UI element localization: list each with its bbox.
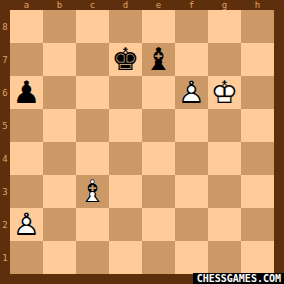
square-d8[interactable] — [109, 10, 142, 43]
square-c2[interactable] — [76, 208, 109, 241]
square-e4[interactable] — [142, 142, 175, 175]
square-d3[interactable] — [109, 175, 142, 208]
rank-label-5: 5 — [0, 109, 10, 142]
piece-black-king: ♚ — [109, 43, 142, 76]
square-a3[interactable] — [10, 175, 43, 208]
square-g6[interactable]: ♚♔ — [208, 76, 241, 109]
square-e7[interactable]: ♝ — [142, 43, 175, 76]
square-d7[interactable]: ♚ — [109, 43, 142, 76]
square-c5[interactable] — [76, 109, 109, 142]
square-d5[interactable] — [109, 109, 142, 142]
file-label-d: d — [109, 0, 142, 10]
square-a7[interactable] — [10, 43, 43, 76]
square-f5[interactable] — [175, 109, 208, 142]
square-h3[interactable] — [241, 175, 274, 208]
file-label-g: g — [208, 0, 241, 10]
square-f6[interactable]: ♟♙ — [175, 76, 208, 109]
square-e3[interactable] — [142, 175, 175, 208]
square-b7[interactable] — [43, 43, 76, 76]
rank-label-7: 7 — [0, 43, 10, 76]
square-c1[interactable] — [76, 241, 109, 274]
square-c7[interactable] — [76, 43, 109, 76]
piece-white-king: ♚♔ — [208, 76, 241, 109]
square-b5[interactable] — [43, 109, 76, 142]
file-label-b: b — [43, 0, 76, 10]
square-g8[interactable] — [208, 10, 241, 43]
square-b2[interactable] — [43, 208, 76, 241]
square-h1[interactable] — [241, 241, 274, 274]
rank-label-1: 1 — [0, 241, 10, 274]
file-label-f: f — [175, 0, 208, 10]
black-pawn-glyph: ♟ — [10, 76, 43, 109]
square-g4[interactable] — [208, 142, 241, 175]
piece-white-bishop: ♝♗ — [76, 175, 109, 208]
square-f2[interactable] — [175, 208, 208, 241]
square-g7[interactable] — [208, 43, 241, 76]
square-h4[interactable] — [241, 142, 274, 175]
white-pawn-outline: ♙ — [175, 76, 208, 109]
rank-labels: 87654321 — [0, 10, 10, 274]
square-e2[interactable] — [142, 208, 175, 241]
square-h6[interactable] — [241, 76, 274, 109]
chess-board: ♚♝♟♟♙♚♔♝♗♟♙ — [10, 10, 274, 274]
file-label-a: a — [10, 0, 43, 10]
white-king-outline: ♔ — [208, 76, 241, 109]
black-bishop-glyph: ♝ — [142, 43, 175, 76]
file-labels: abcdefgh — [10, 0, 274, 10]
square-f1[interactable] — [175, 241, 208, 274]
square-h2[interactable] — [241, 208, 274, 241]
square-b1[interactable] — [43, 241, 76, 274]
square-e5[interactable] — [142, 109, 175, 142]
square-d4[interactable] — [109, 142, 142, 175]
square-b4[interactable] — [43, 142, 76, 175]
square-f8[interactable] — [175, 10, 208, 43]
piece-white-pawn: ♟♙ — [10, 208, 43, 241]
rank-label-2: 2 — [0, 208, 10, 241]
site-watermark[interactable]: CHESSGAMES.COM — [193, 273, 284, 284]
rank-label-4: 4 — [0, 142, 10, 175]
square-e6[interactable] — [142, 76, 175, 109]
square-h8[interactable] — [241, 10, 274, 43]
chess-board-frame: abcdefgh 87654321 ♚♝♟♟♙♚♔♝♗♟♙ CHESSGAMES… — [0, 0, 284, 284]
file-label-h: h — [241, 0, 274, 10]
square-c3[interactable]: ♝♗ — [76, 175, 109, 208]
file-label-c: c — [76, 0, 109, 10]
rank-label-6: 6 — [0, 76, 10, 109]
square-c4[interactable] — [76, 142, 109, 175]
square-e8[interactable] — [142, 10, 175, 43]
white-bishop-outline: ♗ — [76, 175, 109, 208]
square-b8[interactable] — [43, 10, 76, 43]
piece-black-bishop: ♝ — [142, 43, 175, 76]
black-king-glyph: ♚ — [109, 43, 142, 76]
rank-label-8: 8 — [0, 10, 10, 43]
square-b6[interactable] — [43, 76, 76, 109]
square-f4[interactable] — [175, 142, 208, 175]
piece-white-pawn: ♟♙ — [175, 76, 208, 109]
square-d2[interactable] — [109, 208, 142, 241]
square-d6[interactable] — [109, 76, 142, 109]
square-a8[interactable] — [10, 10, 43, 43]
white-pawn-outline: ♙ — [10, 208, 43, 241]
piece-black-pawn: ♟ — [10, 76, 43, 109]
square-a6[interactable]: ♟ — [10, 76, 43, 109]
square-b3[interactable] — [43, 175, 76, 208]
rank-label-3: 3 — [0, 175, 10, 208]
square-g1[interactable] — [208, 241, 241, 274]
square-h5[interactable] — [241, 109, 274, 142]
square-g2[interactable] — [208, 208, 241, 241]
square-g3[interactable] — [208, 175, 241, 208]
file-label-e: e — [142, 0, 175, 10]
square-c6[interactable] — [76, 76, 109, 109]
square-a1[interactable] — [10, 241, 43, 274]
square-f3[interactable] — [175, 175, 208, 208]
square-f7[interactable] — [175, 43, 208, 76]
square-d1[interactable] — [109, 241, 142, 274]
square-a2[interactable]: ♟♙ — [10, 208, 43, 241]
square-e1[interactable] — [142, 241, 175, 274]
square-a5[interactable] — [10, 109, 43, 142]
square-c8[interactable] — [76, 10, 109, 43]
square-a4[interactable] — [10, 142, 43, 175]
square-h7[interactable] — [241, 43, 274, 76]
square-g5[interactable] — [208, 109, 241, 142]
